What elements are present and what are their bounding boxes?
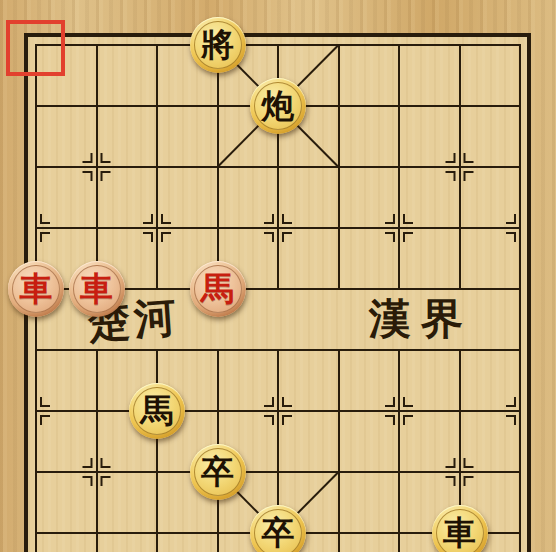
board-cell [338, 227, 399, 288]
xiangqi-app: { "game": "xiangqi", "position": { "fen_… [0, 0, 556, 552]
board-cell [459, 227, 520, 288]
piece-black-horse[interactable]: 馬 [129, 383, 185, 439]
board-cell [35, 105, 96, 166]
piece-glyph: 車 [73, 265, 121, 313]
board-cell [398, 166, 459, 227]
board-cell [96, 105, 157, 166]
board-cell [217, 349, 278, 410]
piece-glyph: 馬 [133, 387, 181, 435]
board-cell [338, 349, 399, 410]
piece-red-chariot-b[interactable]: 車 [69, 261, 125, 317]
board-cell [338, 471, 399, 532]
piece-black-soldier-a[interactable]: 卒 [190, 444, 246, 500]
river-label-han-jie: 漢界 [369, 291, 473, 347]
piece-glyph: 將 [194, 21, 242, 69]
board-cell [156, 166, 217, 227]
board-cell [156, 532, 217, 552]
board-cell [35, 532, 96, 552]
board-cell [459, 44, 520, 105]
board-cell [398, 227, 459, 288]
board-cell [35, 471, 96, 532]
board-cell [96, 532, 157, 552]
piece-glyph: 卒 [254, 509, 302, 552]
piece-black-cannon[interactable]: 炮 [250, 78, 306, 134]
piece-red-horse[interactable]: 馬 [190, 261, 246, 317]
board-cell [338, 532, 399, 552]
board-cell [277, 288, 338, 349]
board-cell [398, 349, 459, 410]
board-cell [156, 105, 217, 166]
piece-glyph: 卒 [194, 448, 242, 496]
board-cell [96, 471, 157, 532]
board-cell [398, 105, 459, 166]
board-cell [459, 349, 520, 410]
board-cell [35, 349, 96, 410]
board-cell [35, 410, 96, 471]
piece-glyph: 車 [436, 509, 484, 552]
piece-red-chariot-a[interactable]: 車 [8, 261, 64, 317]
piece-glyph: 車 [12, 265, 60, 313]
board-cell [459, 166, 520, 227]
board-cell [338, 410, 399, 471]
selection-rectangle [6, 20, 65, 76]
piece-glyph: 馬 [194, 265, 242, 313]
board-cell [35, 166, 96, 227]
piece-black-general[interactable]: 將 [190, 17, 246, 73]
board-cell [338, 44, 399, 105]
board-cell [398, 410, 459, 471]
board-cell [338, 166, 399, 227]
board-cell [277, 227, 338, 288]
board-cell [459, 105, 520, 166]
board-cell [338, 105, 399, 166]
piece-black-chariot[interactable]: 車 [432, 505, 488, 552]
board-cell [217, 166, 278, 227]
board-cell [277, 410, 338, 471]
board-cell [459, 410, 520, 471]
board-cell [277, 349, 338, 410]
board-cell [277, 166, 338, 227]
piece-glyph: 炮 [254, 82, 302, 130]
board-cell [96, 44, 157, 105]
piece-black-soldier-b[interactable]: 卒 [250, 505, 306, 552]
board-cell [96, 166, 157, 227]
board-cell [398, 44, 459, 105]
